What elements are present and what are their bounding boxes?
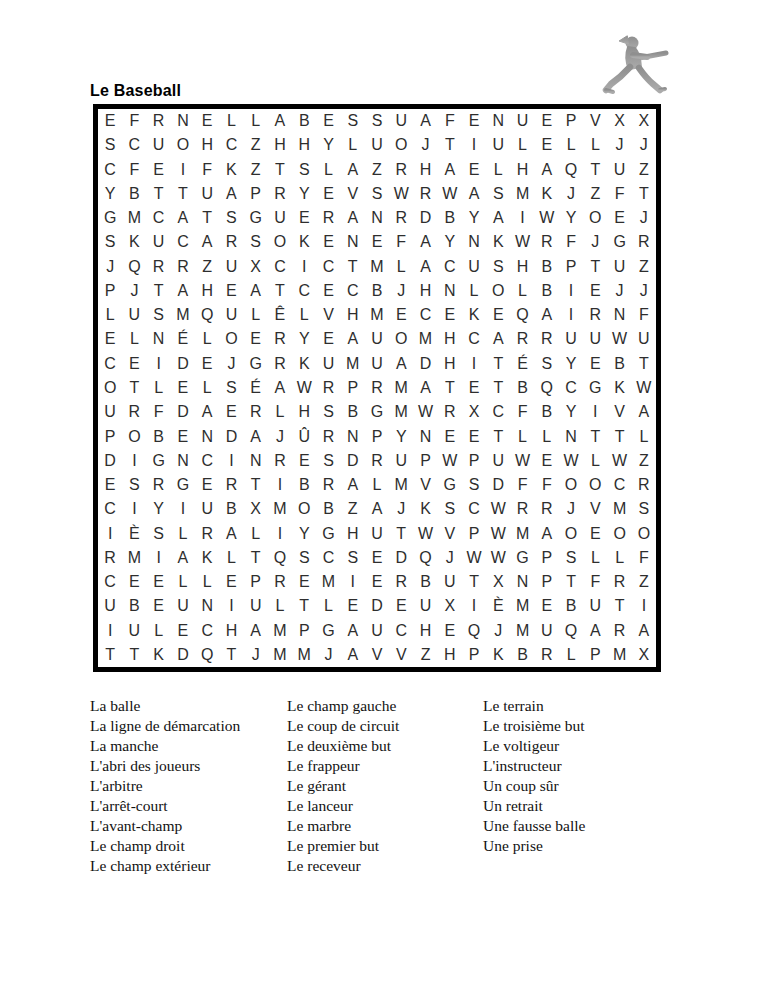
grid-cell[interactable]: J: [632, 279, 656, 303]
grid-cell[interactable]: I: [268, 473, 292, 497]
grid-cell[interactable]: H: [438, 352, 462, 376]
grid-cell[interactable]: R: [510, 327, 534, 351]
grid-cell[interactable]: T: [147, 279, 171, 303]
grid-cell[interactable]: B: [341, 400, 365, 424]
grid-cell[interactable]: C: [486, 400, 510, 424]
grid-cell[interactable]: K: [413, 497, 437, 521]
grid-cell[interactable]: A: [219, 521, 243, 545]
grid-cell[interactable]: L: [244, 303, 268, 327]
grid-cell[interactable]: U: [98, 594, 122, 618]
grid-cell[interactable]: U: [171, 594, 195, 618]
grid-cell[interactable]: L: [510, 279, 534, 303]
grid-cell[interactable]: A: [365, 497, 389, 521]
grid-cell[interactable]: I: [171, 158, 195, 182]
grid-cell[interactable]: U: [122, 303, 146, 327]
grid-cell[interactable]: D: [98, 449, 122, 473]
grid-cell[interactable]: W: [438, 182, 462, 206]
grid-cell[interactable]: G: [244, 206, 268, 230]
grid-cell[interactable]: M: [510, 618, 534, 642]
grid-cell[interactable]: V: [341, 182, 365, 206]
grid-cell[interactable]: R: [122, 400, 146, 424]
grid-cell[interactable]: I: [219, 449, 243, 473]
grid-cell[interactable]: R: [535, 643, 559, 667]
grid-cell[interactable]: A: [244, 618, 268, 642]
grid-cell[interactable]: I: [559, 279, 583, 303]
grid-cell[interactable]: U: [122, 618, 146, 642]
grid-cell[interactable]: N: [365, 206, 389, 230]
grid-cell[interactable]: O: [389, 133, 413, 157]
grid-cell[interactable]: A: [535, 158, 559, 182]
grid-cell[interactable]: B: [122, 594, 146, 618]
grid-cell[interactable]: S: [341, 109, 365, 133]
grid-cell[interactable]: E: [195, 352, 219, 376]
grid-cell[interactable]: E: [122, 352, 146, 376]
grid-cell[interactable]: D: [413, 206, 437, 230]
grid-cell[interactable]: P: [244, 570, 268, 594]
grid-cell[interactable]: U: [535, 618, 559, 642]
grid-cell[interactable]: A: [632, 618, 656, 642]
grid-cell[interactable]: S: [98, 230, 122, 254]
grid-cell[interactable]: U: [389, 449, 413, 473]
grid-cell[interactable]: P: [559, 255, 583, 279]
grid-cell[interactable]: E: [365, 570, 389, 594]
grid-cell[interactable]: F: [583, 570, 607, 594]
grid-cell[interactable]: X: [607, 109, 631, 133]
grid-cell[interactable]: F: [632, 546, 656, 570]
grid-cell[interactable]: J: [268, 424, 292, 448]
grid-cell[interactable]: C: [171, 230, 195, 254]
grid-cell[interactable]: L: [195, 376, 219, 400]
grid-cell[interactable]: T: [632, 352, 656, 376]
grid-cell[interactable]: R: [535, 327, 559, 351]
grid-cell[interactable]: E: [535, 109, 559, 133]
grid-cell[interactable]: R: [365, 376, 389, 400]
grid-cell[interactable]: E: [438, 618, 462, 642]
grid-cell[interactable]: L: [462, 279, 486, 303]
grid-cell[interactable]: I: [559, 303, 583, 327]
grid-cell[interactable]: M: [389, 473, 413, 497]
grid-cell[interactable]: A: [389, 352, 413, 376]
grid-cell[interactable]: D: [171, 352, 195, 376]
grid-cell[interactable]: A: [341, 327, 365, 351]
grid-cell[interactable]: R: [147, 473, 171, 497]
grid-cell[interactable]: E: [171, 424, 195, 448]
grid-cell[interactable]: E: [171, 618, 195, 642]
grid-cell[interactable]: E: [316, 230, 340, 254]
grid-cell[interactable]: E: [292, 449, 316, 473]
grid-cell[interactable]: M: [413, 327, 437, 351]
grid-cell[interactable]: K: [486, 643, 510, 667]
grid-cell[interactable]: A: [438, 158, 462, 182]
grid-cell[interactable]: M: [607, 643, 631, 667]
grid-cell[interactable]: L: [365, 473, 389, 497]
grid-cell[interactable]: B: [147, 424, 171, 448]
grid-cell[interactable]: M: [389, 376, 413, 400]
grid-cell[interactable]: Z: [365, 158, 389, 182]
grid-cell[interactable]: A: [341, 206, 365, 230]
grid-cell[interactable]: U: [607, 158, 631, 182]
grid-cell[interactable]: T: [583, 255, 607, 279]
grid-cell[interactable]: H: [341, 521, 365, 545]
grid-cell[interactable]: R: [316, 424, 340, 448]
grid-cell[interactable]: V: [583, 497, 607, 521]
grid-cell[interactable]: H: [341, 303, 365, 327]
grid-cell[interactable]: S: [219, 206, 243, 230]
grid-cell[interactable]: E: [244, 327, 268, 351]
grid-cell[interactable]: U: [316, 352, 340, 376]
grid-cell[interactable]: D: [413, 352, 437, 376]
grid-cell[interactable]: L: [195, 570, 219, 594]
grid-cell[interactable]: F: [147, 400, 171, 424]
grid-cell[interactable]: S: [98, 133, 122, 157]
grid-cell[interactable]: A: [462, 182, 486, 206]
grid-cell[interactable]: A: [268, 109, 292, 133]
grid-cell[interactable]: C: [122, 133, 146, 157]
grid-cell[interactable]: M: [365, 255, 389, 279]
grid-cell[interactable]: A: [244, 424, 268, 448]
grid-cell[interactable]: K: [607, 376, 631, 400]
grid-cell[interactable]: È: [486, 594, 510, 618]
grid-cell[interactable]: T: [486, 424, 510, 448]
grid-cell[interactable]: V: [583, 109, 607, 133]
grid-cell[interactable]: E: [486, 303, 510, 327]
grid-cell[interactable]: U: [147, 133, 171, 157]
grid-cell[interactable]: G: [244, 352, 268, 376]
grid-cell[interactable]: D: [365, 594, 389, 618]
grid-cell[interactable]: B: [122, 182, 146, 206]
grid-cell[interactable]: T: [438, 376, 462, 400]
grid-cell[interactable]: A: [171, 279, 195, 303]
grid-cell[interactable]: U: [583, 327, 607, 351]
grid-cell[interactable]: A: [195, 230, 219, 254]
grid-cell[interactable]: I: [462, 352, 486, 376]
grid-cell[interactable]: W: [510, 230, 534, 254]
grid-cell[interactable]: T: [122, 376, 146, 400]
grid-cell[interactable]: S: [632, 497, 656, 521]
grid-cell[interactable]: T: [268, 158, 292, 182]
grid-cell[interactable]: C: [559, 376, 583, 400]
grid-cell[interactable]: E: [122, 570, 146, 594]
grid-cell[interactable]: R: [219, 473, 243, 497]
grid-cell[interactable]: M: [171, 303, 195, 327]
grid-cell[interactable]: I: [98, 521, 122, 545]
grid-cell[interactable]: T: [607, 594, 631, 618]
grid-cell[interactable]: S: [244, 230, 268, 254]
grid-cell[interactable]: D: [341, 449, 365, 473]
grid-cell[interactable]: L: [316, 158, 340, 182]
grid-cell[interactable]: T: [462, 570, 486, 594]
grid-cell[interactable]: M: [316, 570, 340, 594]
grid-cell[interactable]: X: [632, 643, 656, 667]
grid-cell[interactable]: E: [583, 352, 607, 376]
grid-cell[interactable]: S: [147, 303, 171, 327]
grid-cell[interactable]: E: [535, 133, 559, 157]
grid-cell[interactable]: C: [389, 618, 413, 642]
grid-cell[interactable]: O: [171, 133, 195, 157]
grid-cell[interactable]: P: [462, 643, 486, 667]
grid-cell[interactable]: U: [365, 521, 389, 545]
grid-cell[interactable]: U: [607, 255, 631, 279]
grid-cell[interactable]: Y: [292, 182, 316, 206]
grid-cell[interactable]: F: [195, 158, 219, 182]
grid-cell[interactable]: U: [147, 230, 171, 254]
grid-cell[interactable]: B: [535, 279, 559, 303]
grid-cell[interactable]: R: [535, 230, 559, 254]
grid-cell[interactable]: R: [607, 618, 631, 642]
grid-cell[interactable]: M: [510, 594, 534, 618]
grid-cell[interactable]: M: [510, 182, 534, 206]
grid-cell[interactable]: L: [316, 594, 340, 618]
grid-cell[interactable]: M: [389, 400, 413, 424]
grid-cell[interactable]: U: [219, 303, 243, 327]
grid-cell[interactable]: Q: [122, 255, 146, 279]
grid-cell[interactable]: F: [535, 473, 559, 497]
grid-cell[interactable]: K: [219, 158, 243, 182]
grid-cell[interactable]: T: [583, 424, 607, 448]
grid-cell[interactable]: O: [219, 327, 243, 351]
grid-cell[interactable]: E: [195, 473, 219, 497]
grid-cell[interactable]: C: [195, 618, 219, 642]
grid-cell[interactable]: W: [389, 182, 413, 206]
grid-cell[interactable]: G: [98, 206, 122, 230]
grid-cell[interactable]: W: [607, 327, 631, 351]
grid-cell[interactable]: R: [389, 570, 413, 594]
grid-cell[interactable]: L: [583, 546, 607, 570]
grid-cell[interactable]: L: [147, 376, 171, 400]
grid-cell[interactable]: R: [268, 182, 292, 206]
grid-cell[interactable]: L: [219, 546, 243, 570]
grid-cell[interactable]: L: [510, 424, 534, 448]
grid-cell[interactable]: I: [341, 570, 365, 594]
grid-cell[interactable]: Z: [341, 497, 365, 521]
grid-cell[interactable]: X: [486, 570, 510, 594]
grid-cell[interactable]: K: [292, 352, 316, 376]
grid-cell[interactable]: S: [559, 546, 583, 570]
grid-cell[interactable]: S: [316, 449, 340, 473]
grid-cell[interactable]: A: [632, 400, 656, 424]
grid-cell[interactable]: W: [559, 449, 583, 473]
grid-cell[interactable]: R: [510, 497, 534, 521]
grid-cell[interactable]: E: [219, 400, 243, 424]
grid-cell[interactable]: J: [219, 352, 243, 376]
grid-cell[interactable]: U: [559, 327, 583, 351]
grid-cell[interactable]: I: [583, 400, 607, 424]
grid-cell[interactable]: L: [559, 643, 583, 667]
grid-cell[interactable]: R: [268, 352, 292, 376]
grid-cell[interactable]: Y: [316, 133, 340, 157]
grid-cell[interactable]: A: [413, 376, 437, 400]
grid-cell[interactable]: Y: [462, 206, 486, 230]
grid-cell[interactable]: E: [462, 424, 486, 448]
grid-cell[interactable]: N: [171, 109, 195, 133]
grid-cell[interactable]: H: [219, 618, 243, 642]
grid-cell[interactable]: E: [583, 279, 607, 303]
grid-cell[interactable]: I: [122, 497, 146, 521]
grid-cell[interactable]: T: [438, 133, 462, 157]
grid-cell[interactable]: I: [632, 594, 656, 618]
grid-cell[interactable]: O: [486, 279, 510, 303]
grid-cell[interactable]: W: [632, 376, 656, 400]
grid-cell[interactable]: L: [510, 133, 534, 157]
grid-cell[interactable]: E: [462, 158, 486, 182]
grid-cell[interactable]: P: [341, 376, 365, 400]
grid-cell[interactable]: G: [171, 473, 195, 497]
grid-cell[interactable]: K: [122, 230, 146, 254]
grid-cell[interactable]: R: [389, 158, 413, 182]
grid-cell[interactable]: A: [341, 158, 365, 182]
grid-cell[interactable]: Y: [147, 497, 171, 521]
grid-cell[interactable]: L: [632, 424, 656, 448]
grid-cell[interactable]: I: [147, 546, 171, 570]
grid-cell[interactable]: C: [195, 449, 219, 473]
grid-cell[interactable]: R: [632, 473, 656, 497]
grid-cell[interactable]: R: [171, 255, 195, 279]
grid-cell[interactable]: G: [316, 521, 340, 545]
grid-cell[interactable]: E: [292, 570, 316, 594]
grid-cell[interactable]: D: [486, 473, 510, 497]
grid-cell[interactable]: L: [171, 570, 195, 594]
grid-cell[interactable]: T: [632, 182, 656, 206]
grid-cell[interactable]: T: [389, 521, 413, 545]
grid-cell[interactable]: J: [98, 255, 122, 279]
grid-cell[interactable]: V: [365, 643, 389, 667]
grid-cell[interactable]: L: [122, 327, 146, 351]
grid-cell[interactable]: I: [510, 206, 534, 230]
grid-cell[interactable]: A: [195, 400, 219, 424]
grid-cell[interactable]: N: [195, 424, 219, 448]
grid-cell[interactable]: E: [462, 109, 486, 133]
grid-cell[interactable]: S: [365, 109, 389, 133]
grid-cell[interactable]: E: [98, 109, 122, 133]
grid-cell[interactable]: Y: [292, 327, 316, 351]
grid-cell[interactable]: J: [438, 546, 462, 570]
grid-cell[interactable]: M: [341, 352, 365, 376]
grid-cell[interactable]: U: [486, 133, 510, 157]
grid-cell[interactable]: U: [583, 594, 607, 618]
grid-cell[interactable]: S: [535, 352, 559, 376]
grid-cell[interactable]: W: [535, 206, 559, 230]
grid-cell[interactable]: R: [632, 230, 656, 254]
grid-cell[interactable]: H: [413, 279, 437, 303]
grid-cell[interactable]: Z: [632, 449, 656, 473]
grid-cell[interactable]: G: [607, 230, 631, 254]
grid-cell[interactable]: E: [219, 279, 243, 303]
grid-cell[interactable]: Y: [559, 352, 583, 376]
grid-cell[interactable]: S: [486, 255, 510, 279]
grid-cell[interactable]: A: [219, 182, 243, 206]
grid-cell[interactable]: E: [535, 449, 559, 473]
grid-cell[interactable]: Q: [535, 376, 559, 400]
grid-cell[interactable]: E: [195, 109, 219, 133]
grid-cell[interactable]: A: [244, 279, 268, 303]
grid-cell[interactable]: P: [535, 570, 559, 594]
grid-cell[interactable]: L: [535, 424, 559, 448]
grid-cell[interactable]: C: [147, 206, 171, 230]
grid-cell[interactable]: L: [147, 618, 171, 642]
grid-cell[interactable]: T: [486, 376, 510, 400]
grid-cell[interactable]: T: [98, 643, 122, 667]
grid-cell[interactable]: F: [510, 400, 534, 424]
grid-cell[interactable]: N: [462, 230, 486, 254]
grid-cell[interactable]: E: [389, 594, 413, 618]
grid-cell[interactable]: B: [510, 643, 534, 667]
grid-cell[interactable]: I: [122, 449, 146, 473]
grid-cell[interactable]: P: [413, 449, 437, 473]
grid-cell[interactable]: K: [292, 230, 316, 254]
grid-cell[interactable]: D: [389, 546, 413, 570]
grid-cell[interactable]: Y: [559, 206, 583, 230]
grid-cell[interactable]: Z: [632, 158, 656, 182]
grid-cell[interactable]: L: [244, 521, 268, 545]
grid-cell[interactable]: J: [632, 206, 656, 230]
grid-cell[interactable]: É: [171, 327, 195, 351]
grid-cell[interactable]: S: [438, 497, 462, 521]
grid-cell[interactable]: É: [510, 352, 534, 376]
grid-cell[interactable]: B: [535, 255, 559, 279]
grid-cell[interactable]: W: [438, 449, 462, 473]
grid-cell[interactable]: L: [559, 133, 583, 157]
grid-cell[interactable]: A: [486, 206, 510, 230]
grid-cell[interactable]: N: [510, 570, 534, 594]
grid-cell[interactable]: A: [583, 618, 607, 642]
grid-cell[interactable]: O: [559, 521, 583, 545]
grid-cell[interactable]: É: [244, 376, 268, 400]
grid-cell[interactable]: L: [268, 594, 292, 618]
grid-cell[interactable]: T: [292, 594, 316, 618]
grid-cell[interactable]: T: [268, 279, 292, 303]
grid-cell[interactable]: X: [244, 497, 268, 521]
grid-cell[interactable]: S: [341, 546, 365, 570]
grid-cell[interactable]: B: [535, 400, 559, 424]
grid-cell[interactable]: R: [438, 400, 462, 424]
grid-cell[interactable]: C: [98, 352, 122, 376]
grid-cell[interactable]: A: [413, 109, 437, 133]
grid-cell[interactable]: E: [389, 303, 413, 327]
grid-cell[interactable]: C: [413, 303, 437, 327]
grid-cell[interactable]: Z: [195, 255, 219, 279]
grid-cell[interactable]: N: [341, 424, 365, 448]
grid-cell[interactable]: I: [98, 618, 122, 642]
grid-cell[interactable]: B: [607, 352, 631, 376]
grid-cell[interactable]: T: [607, 424, 631, 448]
grid-cell[interactable]: H: [438, 643, 462, 667]
grid-cell[interactable]: A: [486, 327, 510, 351]
grid-cell[interactable]: D: [171, 643, 195, 667]
grid-cell[interactable]: E: [316, 279, 340, 303]
grid-cell[interactable]: S: [316, 400, 340, 424]
grid-cell[interactable]: A: [413, 230, 437, 254]
grid-cell[interactable]: F: [389, 230, 413, 254]
grid-cell[interactable]: B: [292, 473, 316, 497]
grid-cell[interactable]: N: [171, 449, 195, 473]
grid-cell[interactable]: I: [462, 133, 486, 157]
grid-cell[interactable]: N: [341, 230, 365, 254]
grid-cell[interactable]: R: [607, 570, 631, 594]
grid-cell[interactable]: J: [413, 133, 437, 157]
grid-cell[interactable]: C: [462, 327, 486, 351]
grid-cell[interactable]: I: [292, 255, 316, 279]
grid-cell[interactable]: J: [632, 133, 656, 157]
grid-cell[interactable]: U: [98, 400, 122, 424]
grid-cell[interactable]: V: [389, 643, 413, 667]
grid-cell[interactable]: M: [292, 643, 316, 667]
grid-cell[interactable]: W: [462, 546, 486, 570]
grid-cell[interactable]: T: [147, 182, 171, 206]
grid-cell[interactable]: Q: [195, 643, 219, 667]
grid-cell[interactable]: T: [559, 570, 583, 594]
grid-cell[interactable]: L: [171, 521, 195, 545]
grid-cell[interactable]: U: [462, 255, 486, 279]
